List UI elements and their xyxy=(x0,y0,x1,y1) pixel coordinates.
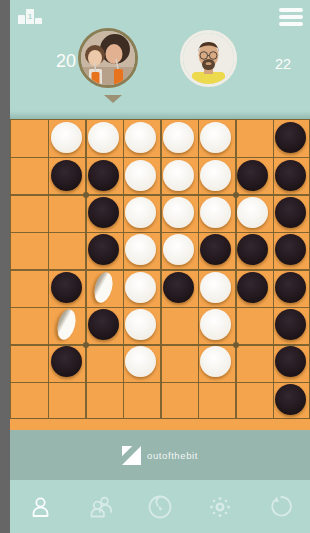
board-cell[interactable] xyxy=(234,269,271,306)
board-cell[interactable] xyxy=(85,306,122,343)
right-avatar-photo xyxy=(183,33,234,84)
flipping-white-disc xyxy=(91,270,115,304)
outofthebit-logo-icon xyxy=(122,446,141,465)
board-cell[interactable] xyxy=(85,194,122,231)
white-disc xyxy=(125,197,156,228)
black-disc xyxy=(275,384,306,415)
board-cell[interactable] xyxy=(85,231,122,268)
podium-bar-2nd xyxy=(18,15,25,24)
board-cell[interactable] xyxy=(197,194,234,231)
board-cell[interactable] xyxy=(85,343,122,380)
white-disc xyxy=(125,160,156,191)
board-cell[interactable] xyxy=(10,194,47,231)
hamburger-bar xyxy=(279,8,303,12)
board-cell[interactable] xyxy=(85,269,122,306)
board-cell[interactable] xyxy=(234,306,271,343)
restart-button[interactable] xyxy=(250,480,310,533)
board-cell[interactable] xyxy=(272,381,309,418)
white-disc xyxy=(237,197,268,228)
board-cell[interactable] xyxy=(197,269,234,306)
board-cell[interactable] xyxy=(272,119,309,156)
board-cell[interactable] xyxy=(160,343,197,380)
black-disc xyxy=(275,272,306,303)
black-disc xyxy=(88,197,119,228)
board-cell[interactable] xyxy=(122,306,159,343)
right-player-score: 22 xyxy=(266,56,300,72)
board-cell[interactable] xyxy=(47,119,84,156)
right-player-avatar[interactable] xyxy=(180,30,237,87)
online-button[interactable] xyxy=(130,480,190,533)
white-disc xyxy=(125,122,156,153)
podium-rank-label: 1 xyxy=(28,13,32,21)
white-disc xyxy=(200,309,231,340)
black-disc xyxy=(163,272,194,303)
flipping-white-disc xyxy=(54,307,78,341)
star-point xyxy=(233,342,239,348)
board-cell[interactable] xyxy=(122,381,159,418)
board-cell[interactable] xyxy=(234,156,271,193)
board-cell[interactable] xyxy=(272,156,309,193)
board-cell[interactable] xyxy=(234,343,271,380)
white-disc xyxy=(200,272,231,303)
menu-hamburger-icon[interactable] xyxy=(279,8,303,29)
black-disc xyxy=(51,346,82,377)
board-cell[interactable] xyxy=(272,343,309,380)
white-disc xyxy=(200,122,231,153)
black-disc xyxy=(88,309,119,340)
black-disc xyxy=(237,272,268,303)
board-cell[interactable] xyxy=(10,119,47,156)
white-disc xyxy=(163,122,194,153)
black-disc xyxy=(275,234,306,265)
board-cell[interactable] xyxy=(10,381,47,418)
board-grid xyxy=(10,119,310,419)
sun-icon xyxy=(206,493,234,521)
hamburger-bar xyxy=(279,15,303,19)
toolbar xyxy=(10,480,310,533)
board-cell[interactable] xyxy=(47,381,84,418)
board-cell[interactable] xyxy=(122,269,159,306)
board-top-shadow xyxy=(10,111,310,119)
logo-text: outofthebit xyxy=(147,450,198,461)
black-disc xyxy=(88,234,119,265)
board-cell[interactable] xyxy=(197,156,234,193)
podium-bar-1st: 1 xyxy=(26,9,34,24)
two-players-icon xyxy=(87,493,114,520)
board-cell[interactable] xyxy=(122,343,159,380)
black-disc xyxy=(275,122,306,153)
white-disc xyxy=(163,234,194,265)
board-cell[interactable] xyxy=(272,306,309,343)
board-cell[interactable] xyxy=(160,194,197,231)
black-disc xyxy=(275,160,306,191)
othello-app-screen: 1 20 xyxy=(10,0,310,533)
left-avatar-photo xyxy=(81,31,135,85)
board-cell[interactable] xyxy=(160,306,197,343)
board-cell[interactable] xyxy=(197,306,234,343)
board-cell[interactable] xyxy=(47,231,84,268)
board-cell[interactable] xyxy=(85,381,122,418)
board-cell[interactable] xyxy=(197,381,234,418)
board-cell[interactable] xyxy=(272,231,309,268)
board-cell[interactable] xyxy=(234,194,271,231)
undo-rotate-icon xyxy=(266,493,294,521)
black-disc xyxy=(275,346,306,377)
black-disc xyxy=(200,234,231,265)
star-point xyxy=(83,192,89,198)
white-disc xyxy=(125,234,156,265)
board-cell[interactable] xyxy=(122,231,159,268)
logo-band: outofthebit xyxy=(10,430,310,480)
board-cell[interactable] xyxy=(10,306,47,343)
board-cell[interactable] xyxy=(122,194,159,231)
turn-indicator-triangle xyxy=(104,95,122,103)
board-cell[interactable] xyxy=(47,343,84,380)
header: 1 20 xyxy=(10,0,310,119)
board-cell[interactable] xyxy=(122,119,159,156)
board-cell[interactable] xyxy=(47,269,84,306)
board-cell[interactable] xyxy=(47,306,84,343)
board-cell[interactable] xyxy=(122,156,159,193)
left-player-avatar[interactable] xyxy=(78,28,138,88)
board-cell[interactable] xyxy=(160,381,197,418)
star-point xyxy=(233,192,239,198)
settings-button[interactable] xyxy=(190,480,250,533)
board-cell[interactable] xyxy=(197,119,234,156)
globe-icon xyxy=(146,493,174,521)
white-disc xyxy=(200,160,231,191)
black-disc xyxy=(88,160,119,191)
black-disc xyxy=(51,272,82,303)
white-disc xyxy=(125,272,156,303)
board-cell[interactable] xyxy=(160,156,197,193)
single-player-button[interactable] xyxy=(10,480,70,533)
single-player-icon xyxy=(27,493,54,520)
board-cell[interactable] xyxy=(160,231,197,268)
white-disc xyxy=(163,160,194,191)
black-disc xyxy=(237,234,268,265)
black-disc xyxy=(237,160,268,191)
board-cell[interactable] xyxy=(160,119,197,156)
star-point xyxy=(83,342,89,348)
board-cell[interactable] xyxy=(234,381,271,418)
board-cell[interactable] xyxy=(197,231,234,268)
white-disc xyxy=(88,122,119,153)
board-cell[interactable] xyxy=(85,156,122,193)
board-cell[interactable] xyxy=(197,343,234,380)
black-disc xyxy=(275,309,306,340)
black-disc xyxy=(51,160,82,191)
white-disc xyxy=(125,309,156,340)
board-cell[interactable] xyxy=(10,343,47,380)
board-cell[interactable] xyxy=(47,194,84,231)
white-disc xyxy=(125,346,156,377)
board-cell[interactable] xyxy=(234,231,271,268)
board-cell[interactable] xyxy=(272,269,309,306)
othello-board xyxy=(10,119,310,430)
white-disc xyxy=(163,197,194,228)
white-disc xyxy=(200,346,231,377)
board-cell[interactable] xyxy=(47,156,84,193)
board-cell[interactable] xyxy=(85,119,122,156)
black-disc xyxy=(275,197,306,228)
board-cell[interactable] xyxy=(234,119,271,156)
two-players-button[interactable] xyxy=(70,480,130,533)
podium-bar-3rd xyxy=(35,18,42,24)
white-disc xyxy=(51,122,82,153)
leaderboard-podium-icon[interactable]: 1 xyxy=(18,9,42,24)
hamburger-bar xyxy=(279,22,303,26)
board-cell[interactable] xyxy=(160,269,197,306)
board-cell[interactable] xyxy=(10,156,47,193)
board-cell[interactable] xyxy=(10,231,47,268)
board-cell[interactable] xyxy=(10,269,47,306)
board-cell[interactable] xyxy=(272,194,309,231)
white-disc xyxy=(200,197,231,228)
